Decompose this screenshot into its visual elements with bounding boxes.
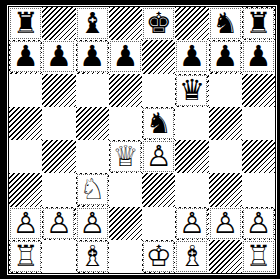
- white-knight-icon: ♘: [77, 174, 108, 205]
- square-f4[interactable]: [175, 140, 208, 173]
- square-h4[interactable]: [242, 140, 275, 173]
- square-b3[interactable]: [42, 173, 75, 206]
- square-c8[interactable]: ♝: [76, 7, 109, 40]
- square-g8[interactable]: ♞: [209, 7, 242, 40]
- square-a7[interactable]: ♟: [9, 40, 42, 73]
- square-c7[interactable]: ♟: [76, 40, 109, 73]
- square-e6[interactable]: [142, 74, 175, 107]
- black-queen-icon: ♛: [176, 75, 207, 106]
- square-h6[interactable]: [242, 74, 275, 107]
- square-g6[interactable]: [209, 74, 242, 107]
- white-king-icon: ♔: [143, 241, 174, 272]
- black-pawn-icon: ♟: [10, 41, 41, 72]
- square-c5[interactable]: [76, 107, 109, 140]
- chess-board: ♜♝♚♞♜♟♟♟♟♟♟♟♛♞♕♙♘♙♙♙♙♙♙♖♗♔♗♖: [0, 0, 280, 279]
- square-a5[interactable]: [9, 107, 42, 140]
- square-h3[interactable]: [242, 173, 275, 206]
- square-c6[interactable]: [76, 74, 109, 107]
- square-e5[interactable]: ♞: [142, 107, 175, 140]
- board-grid: ♜♝♚♞♜♟♟♟♟♟♟♟♛♞♕♙♘♙♙♙♙♙♙♖♗♔♗♖: [9, 7, 275, 273]
- black-pawn-icon: ♟: [210, 41, 241, 72]
- square-e7[interactable]: [142, 40, 175, 73]
- square-b8[interactable]: [42, 7, 75, 40]
- square-f1[interactable]: ♗: [175, 240, 208, 273]
- square-b1[interactable]: [42, 240, 75, 273]
- square-a6[interactable]: [9, 74, 42, 107]
- square-g5[interactable]: [209, 107, 242, 140]
- white-rook-icon: ♖: [10, 241, 41, 272]
- square-f8[interactable]: [175, 7, 208, 40]
- square-e8[interactable]: ♚: [142, 7, 175, 40]
- square-c3[interactable]: ♘: [76, 173, 109, 206]
- square-b4[interactable]: [42, 140, 75, 173]
- black-pawn-icon: ♟: [176, 41, 207, 72]
- black-pawn-icon: ♟: [243, 41, 274, 72]
- square-g2[interactable]: ♙: [209, 207, 242, 240]
- square-b2[interactable]: ♙: [42, 207, 75, 240]
- white-bishop-icon: ♗: [176, 241, 207, 272]
- square-a2[interactable]: ♙: [9, 207, 42, 240]
- square-a8[interactable]: ♜: [9, 7, 42, 40]
- square-h2[interactable]: ♙: [242, 207, 275, 240]
- white-bishop-icon: ♗: [77, 241, 108, 272]
- square-d6[interactable]: [109, 74, 142, 107]
- square-e1[interactable]: ♔: [142, 240, 175, 273]
- square-d1[interactable]: [109, 240, 142, 273]
- black-bishop-icon: ♝: [77, 8, 108, 39]
- square-c4[interactable]: [76, 140, 109, 173]
- square-e2[interactable]: [142, 207, 175, 240]
- square-a1[interactable]: ♖: [9, 240, 42, 273]
- square-h7[interactable]: ♟: [242, 40, 275, 73]
- black-pawn-icon: ♟: [110, 41, 141, 72]
- white-pawn-icon: ♙: [43, 208, 74, 239]
- white-pawn-icon: ♙: [243, 208, 274, 239]
- square-h1[interactable]: ♖: [242, 240, 275, 273]
- square-d2[interactable]: [109, 207, 142, 240]
- square-g1[interactable]: [209, 240, 242, 273]
- white-queen-icon: ♕: [110, 141, 141, 172]
- square-f7[interactable]: ♟: [175, 40, 208, 73]
- white-rook-icon: ♖: [243, 241, 274, 272]
- square-f5[interactable]: [175, 107, 208, 140]
- square-c1[interactable]: ♗: [76, 240, 109, 273]
- white-pawn-icon: ♙: [143, 141, 174, 172]
- square-b6[interactable]: [42, 74, 75, 107]
- square-f2[interactable]: ♙: [175, 207, 208, 240]
- black-knight-icon: ♞: [143, 108, 174, 139]
- chess-board-inner: ♜♝♚♞♜♟♟♟♟♟♟♟♛♞♕♙♘♙♙♙♙♙♙♖♗♔♗♖: [8, 6, 276, 274]
- square-d5[interactable]: [109, 107, 142, 140]
- white-pawn-icon: ♙: [77, 208, 108, 239]
- square-d7[interactable]: ♟: [109, 40, 142, 73]
- white-pawn-icon: ♙: [176, 208, 207, 239]
- white-pawn-icon: ♙: [210, 208, 241, 239]
- black-king-icon: ♚: [143, 8, 174, 39]
- square-g3[interactable]: [209, 173, 242, 206]
- square-f6[interactable]: ♛: [175, 74, 208, 107]
- square-d4[interactable]: ♕: [109, 140, 142, 173]
- square-a3[interactable]: [9, 173, 42, 206]
- square-d8[interactable]: [109, 7, 142, 40]
- square-g7[interactable]: ♟: [209, 40, 242, 73]
- black-rook-icon: ♜: [243, 8, 274, 39]
- square-c2[interactable]: ♙: [76, 207, 109, 240]
- square-e4[interactable]: ♙: [142, 140, 175, 173]
- square-d3[interactable]: [109, 173, 142, 206]
- square-h5[interactable]: [242, 107, 275, 140]
- black-pawn-icon: ♟: [77, 41, 108, 72]
- square-e3[interactable]: [142, 173, 175, 206]
- square-a4[interactable]: [9, 140, 42, 173]
- square-f3[interactable]: [175, 173, 208, 206]
- white-pawn-icon: ♙: [10, 208, 41, 239]
- square-g4[interactable]: [209, 140, 242, 173]
- black-pawn-icon: ♟: [43, 41, 74, 72]
- black-rook-icon: ♜: [10, 8, 41, 39]
- square-b5[interactable]: [42, 107, 75, 140]
- square-h8[interactable]: ♜: [242, 7, 275, 40]
- square-b7[interactable]: ♟: [42, 40, 75, 73]
- black-knight-icon: ♞: [210, 8, 241, 39]
